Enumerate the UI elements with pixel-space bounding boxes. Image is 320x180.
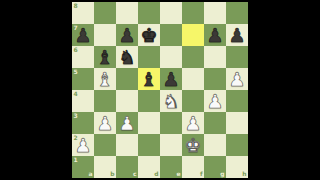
- square-h8[interactable]: [226, 2, 248, 24]
- square-h3[interactable]: [226, 112, 248, 134]
- square-e1[interactable]: e: [160, 156, 182, 178]
- rank-label-6: 6: [74, 47, 78, 53]
- square-g7[interactable]: ♟: [204, 24, 226, 46]
- chess-board: 87♟♟♚♟♟6♝♞5♝♝♟♟4♞♟3♟♟♟2♟♚1abcdefgh: [72, 2, 248, 178]
- square-a4[interactable]: 4: [72, 90, 94, 112]
- white-bishop-b5[interactable]: ♝: [94, 68, 116, 90]
- square-d7[interactable]: ♚: [138, 24, 160, 46]
- square-c7[interactable]: ♟: [116, 24, 138, 46]
- black-king-d7[interactable]: ♚: [138, 24, 160, 46]
- square-f3[interactable]: ♟: [182, 112, 204, 134]
- square-h1[interactable]: h: [226, 156, 248, 178]
- square-e6[interactable]: [160, 46, 182, 68]
- square-d8[interactable]: [138, 2, 160, 24]
- square-d2[interactable]: [138, 134, 160, 156]
- black-pawn-g7[interactable]: ♟: [204, 24, 226, 46]
- square-e4[interactable]: ♞: [160, 90, 182, 112]
- black-knight-c6[interactable]: ♞: [116, 46, 138, 68]
- square-h7[interactable]: ♟: [226, 24, 248, 46]
- rank-label-5: 5: [74, 69, 78, 75]
- square-d3[interactable]: [138, 112, 160, 134]
- square-c5[interactable]: [116, 68, 138, 90]
- square-g2[interactable]: [204, 134, 226, 156]
- square-g3[interactable]: [204, 112, 226, 134]
- square-c6[interactable]: ♞: [116, 46, 138, 68]
- square-e5[interactable]: ♟: [160, 68, 182, 90]
- square-a8[interactable]: 8: [72, 2, 94, 24]
- square-h5[interactable]: ♟: [226, 68, 248, 90]
- file-label-h: h: [242, 171, 246, 177]
- square-e7[interactable]: [160, 24, 182, 46]
- square-f8[interactable]: [182, 2, 204, 24]
- rank-label-1: 1: [74, 157, 78, 163]
- rank-label-8: 8: [74, 3, 78, 9]
- square-b1[interactable]: b: [94, 156, 116, 178]
- square-d4[interactable]: [138, 90, 160, 112]
- square-a3[interactable]: 3: [72, 112, 94, 134]
- square-g1[interactable]: g: [204, 156, 226, 178]
- square-h2[interactable]: [226, 134, 248, 156]
- square-a2[interactable]: 2♟: [72, 134, 94, 156]
- square-d6[interactable]: [138, 46, 160, 68]
- square-h4[interactable]: [226, 90, 248, 112]
- video-frame: 87♟♟♚♟♟6♝♞5♝♝♟♟4♞♟3♟♟♟2♟♚1abcdefgh: [0, 0, 320, 180]
- square-c2[interactable]: [116, 134, 138, 156]
- square-f6[interactable]: [182, 46, 204, 68]
- black-pawn-a7[interactable]: ♟: [72, 24, 94, 46]
- black-bishop-b6[interactable]: ♝: [94, 46, 116, 68]
- square-b8[interactable]: [94, 2, 116, 24]
- file-label-f: f: [200, 171, 203, 177]
- square-b6[interactable]: ♝: [94, 46, 116, 68]
- black-pawn-h7[interactable]: ♟: [226, 24, 248, 46]
- rank-label-3: 3: [74, 113, 78, 119]
- rank-label-4: 4: [74, 91, 78, 97]
- white-pawn-b3[interactable]: ♟: [94, 112, 116, 134]
- square-b2[interactable]: [94, 134, 116, 156]
- white-king-f2[interactable]: ♚: [182, 134, 204, 156]
- square-b3[interactable]: ♟: [94, 112, 116, 134]
- square-b5[interactable]: ♝: [94, 68, 116, 90]
- file-label-d: d: [154, 171, 158, 177]
- square-g4[interactable]: ♟: [204, 90, 226, 112]
- file-label-c: c: [133, 171, 137, 177]
- square-g8[interactable]: [204, 2, 226, 24]
- square-b7[interactable]: [94, 24, 116, 46]
- square-f2[interactable]: ♚: [182, 134, 204, 156]
- black-pawn-e5[interactable]: ♟: [160, 68, 182, 90]
- square-c3[interactable]: ♟: [116, 112, 138, 134]
- white-pawn-h5[interactable]: ♟: [226, 68, 248, 90]
- square-c8[interactable]: [116, 2, 138, 24]
- white-pawn-g4[interactable]: ♟: [204, 90, 226, 112]
- square-e2[interactable]: [160, 134, 182, 156]
- white-knight-e4[interactable]: ♞: [160, 90, 182, 112]
- file-label-g: g: [220, 171, 224, 177]
- file-label-a: a: [88, 171, 92, 177]
- file-label-e: e: [176, 171, 180, 177]
- square-f7[interactable]: [182, 24, 204, 46]
- square-c4[interactable]: [116, 90, 138, 112]
- square-a7[interactable]: 7♟: [72, 24, 94, 46]
- white-pawn-a2[interactable]: ♟: [72, 134, 94, 156]
- black-bishop-d5[interactable]: ♝: [138, 68, 160, 90]
- square-e3[interactable]: [160, 112, 182, 134]
- square-c1[interactable]: c: [116, 156, 138, 178]
- square-f1[interactable]: f: [182, 156, 204, 178]
- file-label-b: b: [110, 171, 114, 177]
- square-d1[interactable]: d: [138, 156, 160, 178]
- square-g5[interactable]: [204, 68, 226, 90]
- square-f5[interactable]: [182, 68, 204, 90]
- square-e8[interactable]: [160, 2, 182, 24]
- white-pawn-f3[interactable]: ♟: [182, 112, 204, 134]
- square-a6[interactable]: 6: [72, 46, 94, 68]
- square-a1[interactable]: 1a: [72, 156, 94, 178]
- square-a5[interactable]: 5: [72, 68, 94, 90]
- square-f4[interactable]: [182, 90, 204, 112]
- black-pawn-c7[interactable]: ♟: [116, 24, 138, 46]
- square-b4[interactable]: [94, 90, 116, 112]
- square-g6[interactable]: [204, 46, 226, 68]
- square-h6[interactable]: [226, 46, 248, 68]
- square-d5[interactable]: ♝: [138, 68, 160, 90]
- white-pawn-c3[interactable]: ♟: [116, 112, 138, 134]
